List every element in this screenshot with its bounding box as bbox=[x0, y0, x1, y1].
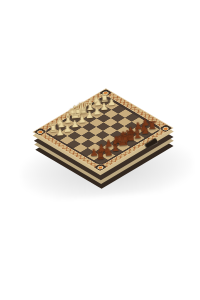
chess-piece-white-pawn[interactable]: ♟ bbox=[56, 128, 65, 138]
chess-piece-black-rook[interactable]: ♜ bbox=[95, 150, 106, 162]
photo-background: ♜♞♝♛♚♝♞♜♟♟♟♟♟♟♟♟♟♟♟♟♟♟♟♟♜♞♝♛♚♝♞♜ bbox=[0, 0, 200, 300]
pieces-layer: ♜♞♝♛♚♝♞♜♟♟♟♟♟♟♟♟♟♟♟♟♟♟♟♟♜♞♝♛♚♝♞♜ bbox=[0, 0, 200, 300]
chess-set-scene: ♜♞♝♛♚♝♞♜♟♟♟♟♟♟♟♟♟♟♟♟♟♟♟♟♜♞♝♛♚♝♞♜ bbox=[0, 0, 200, 300]
